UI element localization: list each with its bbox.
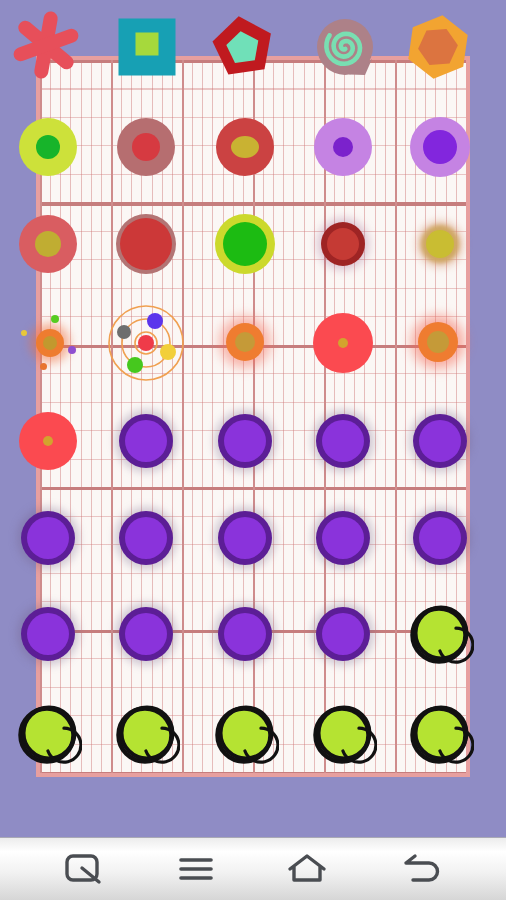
- board-piece-green-sketch[interactable]: [112, 700, 180, 768]
- board-piece-spark[interactable]: [68, 346, 76, 354]
- back-icon[interactable]: [399, 849, 445, 889]
- piece-layer: [322, 420, 364, 462]
- board-piece-orchid-lg[interactable]: [410, 117, 470, 177]
- board-piece-purple-disc[interactable]: [115, 603, 177, 665]
- piece-layer: [125, 613, 167, 655]
- piece-layer: [419, 420, 461, 462]
- piece-layer: [327, 228, 359, 260]
- piece-layer: [132, 133, 160, 161]
- goal-asterisk-shape[interactable]: [0, 0, 92, 91]
- board-piece-spark[interactable]: [40, 363, 47, 370]
- board-piece-ylwgreen-green[interactable]: [19, 118, 77, 176]
- goal-spiral-shape[interactable]: [299, 1, 391, 93]
- board-piece-coral-olive[interactable]: [19, 215, 77, 273]
- piece-layer: [224, 517, 266, 559]
- android-navigation-bar: [0, 837, 506, 900]
- piece-layer: [322, 517, 364, 559]
- piece-layer: [125, 420, 167, 462]
- board-piece-orchid-sm[interactable]: [314, 118, 372, 176]
- board-piece-green-big[interactable]: [215, 214, 275, 274]
- piece-layer: [427, 331, 449, 353]
- board-piece-purple-disc[interactable]: [409, 410, 471, 472]
- board-piece-purple-disc[interactable]: [115, 507, 177, 569]
- hexagon-shape: [392, 1, 484, 93]
- particle-burst: [100, 297, 192, 389]
- board-piece-burst[interactable]: [100, 297, 192, 389]
- piece-layer: [27, 517, 69, 559]
- board-piece-purple-disc[interactable]: [312, 507, 374, 569]
- goal-square-shape[interactable]: [101, 1, 193, 93]
- board-piece-purple-disc[interactable]: [17, 603, 79, 665]
- board-piece-spark[interactable]: [21, 330, 27, 336]
- piece-layer: [223, 222, 267, 266]
- piece-layer: [333, 137, 353, 157]
- piece-layer: [43, 336, 57, 350]
- piece-layer: [35, 231, 61, 257]
- sketch-circle: [309, 700, 377, 768]
- qslide-icon[interactable]: [60, 849, 106, 889]
- board-piece-purple-disc[interactable]: [312, 410, 374, 472]
- sketch-circle: [14, 700, 82, 768]
- piece-layer: [423, 130, 457, 164]
- board-piece-green-sketch[interactable]: [309, 700, 377, 768]
- piece-layer: [120, 218, 172, 270]
- sketch-circle: [211, 700, 279, 768]
- spiral-shape: [299, 1, 391, 93]
- square-shape: [101, 1, 193, 93]
- board-piece-olive-blur[interactable]: [417, 221, 463, 267]
- piece-layer: [21, 330, 27, 336]
- board-piece-red-big2[interactable]: [19, 412, 77, 470]
- piece-layer: [125, 517, 167, 559]
- piece-layer: [43, 436, 53, 446]
- game-screen: [0, 0, 506, 900]
- piece-layer: [36, 135, 60, 159]
- piece-layer: [322, 613, 364, 655]
- piece-layer: [68, 346, 76, 354]
- menu-icon[interactable]: [173, 849, 219, 889]
- sketch-circle: [406, 600, 474, 668]
- piece-layer: [231, 136, 259, 158]
- board-piece-purple-disc[interactable]: [214, 507, 276, 569]
- board-piece-green-sketch[interactable]: [406, 600, 474, 668]
- board-piece-green-sketch[interactable]: [211, 700, 279, 768]
- piece-layer: [338, 338, 348, 348]
- board-piece-spark[interactable]: [51, 315, 59, 323]
- piece-layer: [224, 420, 266, 462]
- board-piece-darkred-ring[interactable]: [317, 218, 369, 270]
- board-piece-purple-disc[interactable]: [17, 507, 79, 569]
- board-piece-green-sketch[interactable]: [14, 700, 82, 768]
- goal-hexagon-shape[interactable]: [392, 1, 484, 93]
- piece-layer: [224, 613, 266, 655]
- board-piece-purple-disc[interactable]: [214, 603, 276, 665]
- home-icon[interactable]: [284, 849, 330, 889]
- piece-layer: [235, 332, 255, 352]
- board-piece-mauve-red[interactable]: [117, 118, 175, 176]
- board-piece-red-mauve-ring[interactable]: [116, 214, 176, 274]
- sketch-circle: [406, 700, 474, 768]
- piece-layer: [419, 517, 461, 559]
- board-piece-red-olive-oval[interactable]: [216, 118, 274, 176]
- piece-layer: [426, 230, 454, 258]
- board-piece-purple-disc[interactable]: [214, 410, 276, 472]
- board-piece-red-big[interactable]: [313, 313, 373, 373]
- goal-pentagon-shape[interactable]: [197, 1, 289, 93]
- board-piece-pop-sm[interactable]: [30, 323, 70, 363]
- sketch-circle: [112, 700, 180, 768]
- piece-layer: [27, 613, 69, 655]
- board-piece-pop-lg[interactable]: [411, 315, 465, 369]
- board-piece-pop-md[interactable]: [219, 316, 271, 368]
- board-piece-purple-disc[interactable]: [409, 507, 471, 569]
- board-piece-purple-disc[interactable]: [312, 603, 374, 665]
- piece-layer: [40, 363, 47, 370]
- pentagon-shape: [197, 1, 289, 93]
- board-piece-green-sketch[interactable]: [406, 700, 474, 768]
- asterisk-shape: [0, 0, 92, 91]
- board-piece-purple-disc[interactable]: [115, 410, 177, 472]
- piece-layer: [51, 315, 59, 323]
